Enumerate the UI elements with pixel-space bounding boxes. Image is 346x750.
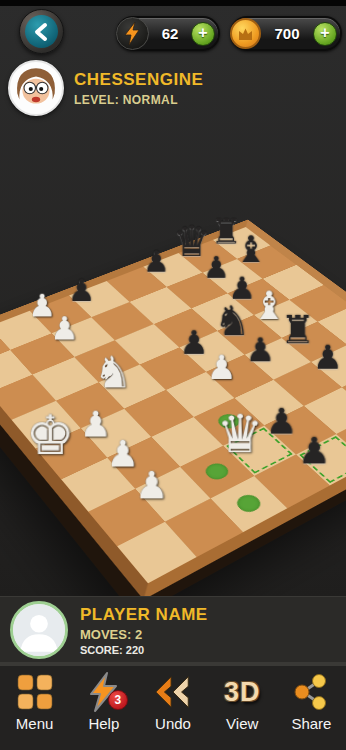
opponent-avatar — [8, 60, 64, 116]
chevron-left-icon — [25, 15, 58, 48]
nav-label-undo: Undo — [155, 715, 191, 732]
nav-item-menu[interactable]: Menu — [0, 672, 69, 732]
status-bar-strip — [0, 0, 346, 6]
player-card: PLAYER NAME MOVES: 2 SCORE: 220 — [0, 596, 346, 663]
coin-counter: 700 + — [230, 16, 342, 51]
app-screen: 62 + 700 + CHESSENGINE LEVEL: NORMAL — [0, 0, 346, 750]
player-avatar — [10, 601, 68, 659]
back-button[interactable] — [19, 9, 64, 54]
lightning-bolt-icon — [116, 17, 149, 50]
black-pawn-h5[interactable]: ♟ — [298, 432, 331, 468]
square-f7[interactable]: ♟ — [311, 345, 346, 387]
white-pawn-e5[interactable]: ♟ — [207, 351, 237, 384]
player-name: PLAYER NAME — [80, 605, 208, 625]
nav-item-share[interactable]: Share — [277, 672, 346, 732]
view-3d-icon: 3D — [222, 672, 262, 712]
white-pawn-g2[interactable]: ♟ — [135, 466, 169, 504]
undo-chevrons-icon — [153, 672, 193, 712]
gold-coin-crown-icon — [230, 18, 261, 49]
nav-label-help: Help — [88, 715, 119, 732]
chess-board-3d[interactable]: ♜♝♚♛♟♟♝♜♟♟♞♟♟♟♟♟♟♛♟♟♞♟♟♟♜♚ — [0, 220, 346, 600]
board-grid: ♜♝♚♛♟♟♝♜♟♟♞♟♟♟♟♟♟♛♟♟♞♟♟♟♜♚ — [0, 220, 346, 600]
black-rook-e7[interactable]: ♜ — [280, 310, 315, 349]
opponent-card: CHESSENGINE LEVEL: NORMAL — [8, 60, 203, 116]
move-hint-dot-g3[interactable] — [201, 461, 232, 483]
player-score: SCORE: 220 — [80, 644, 208, 656]
black-pawn-g5[interactable]: ♟ — [266, 404, 298, 439]
add-energy-button[interactable]: + — [191, 22, 215, 46]
black-pawn-f7[interactable]: ♟ — [313, 341, 343, 374]
black-pawn-e6[interactable]: ♟ — [246, 333, 275, 366]
player-moves: MOVES: 2 — [80, 627, 208, 642]
help-lightning-icon: 3 — [84, 672, 124, 712]
nav-label-menu: Menu — [16, 715, 54, 732]
black-pawn-d5[interactable]: ♟ — [179, 326, 208, 359]
bottom-nav: Menu 3 Help Undo 3D Vi — [0, 666, 346, 750]
add-coins-button[interactable]: + — [313, 22, 337, 46]
move-hint-dot-h3[interactable] — [233, 492, 265, 515]
white-king-e1[interactable]: ♚ — [26, 408, 75, 463]
black-pawn-a4[interactable]: ♟ — [68, 275, 95, 306]
nav-label-share: Share — [291, 715, 331, 732]
black-pawn-a6[interactable]: ♟ — [143, 247, 170, 277]
energy-counter: 62 + — [116, 16, 220, 51]
coin-value: 700 — [261, 25, 313, 42]
3d-text: 3D — [224, 677, 261, 708]
opponent-level: LEVEL: NORMAL — [74, 93, 203, 107]
help-badge: 3 — [108, 690, 128, 710]
nav-label-view: View — [226, 715, 258, 732]
energy-value: 62 — [149, 25, 191, 42]
white-pawn-b3[interactable]: ♟ — [50, 312, 79, 344]
white-knight-d3[interactable]: ♞ — [94, 352, 133, 395]
nav-item-view[interactable]: 3D View — [208, 672, 277, 732]
black-bishop-b8[interactable]: ♝ — [235, 232, 268, 268]
menu-grid-icon — [15, 672, 55, 712]
share-nodes-icon — [291, 672, 331, 712]
black-pawn-b7[interactable]: ♟ — [203, 253, 230, 283]
white-queen-g4[interactable]: ♛ — [217, 407, 264, 460]
nav-item-undo[interactable]: Undo — [138, 672, 207, 732]
nav-item-help[interactable]: 3 Help — [69, 672, 138, 732]
opponent-name: CHESSENGINE — [74, 70, 203, 90]
